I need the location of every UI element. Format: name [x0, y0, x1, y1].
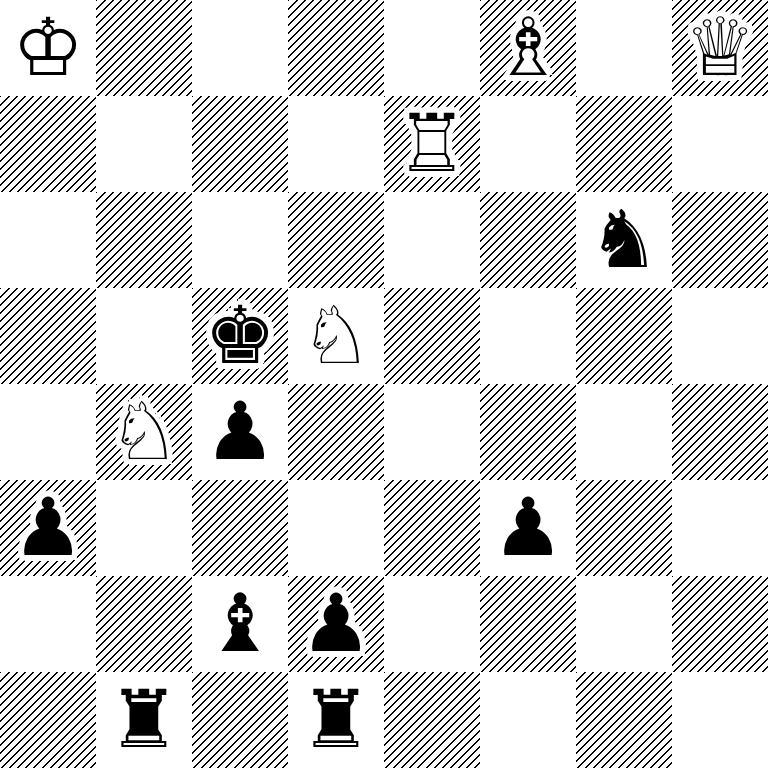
white-rook-icon: ♖: [384, 96, 480, 192]
white-bishop-icon: ♗: [480, 0, 576, 96]
square-c1[interactable]: [192, 672, 288, 768]
black-pawn-icon: ♟: [480, 480, 576, 576]
square-f8[interactable]: ♝♗: [480, 0, 576, 96]
square-h1[interactable]: [672, 672, 768, 768]
square-f2[interactable]: [480, 576, 576, 672]
square-b3[interactable]: [96, 480, 192, 576]
black-bishop-piece[interactable]: ♝♝: [192, 576, 288, 672]
square-d6[interactable]: [288, 192, 384, 288]
black-bishop-icon: ♝: [192, 576, 288, 672]
white-knight-piece[interactable]: ♞♘: [96, 384, 192, 480]
black-king-icon: ♚: [192, 288, 288, 384]
square-e3[interactable]: [384, 480, 480, 576]
black-pawn-icon: ♟: [0, 480, 96, 576]
black-rook-icon: ♜: [96, 672, 192, 768]
square-f5[interactable]: [480, 288, 576, 384]
square-b7[interactable]: [96, 96, 192, 192]
square-c7[interactable]: [192, 96, 288, 192]
black-knight-piece[interactable]: ♞♞: [576, 192, 672, 288]
black-pawn-piece[interactable]: ♟♟: [480, 480, 576, 576]
square-g2[interactable]: [576, 576, 672, 672]
white-knight-piece[interactable]: ♞♘: [288, 288, 384, 384]
square-g6[interactable]: ♞♞: [576, 192, 672, 288]
square-g4[interactable]: [576, 384, 672, 480]
black-rook-icon: ♜: [288, 672, 384, 768]
square-a1[interactable]: [0, 672, 96, 768]
white-queen-icon: ♕: [672, 0, 768, 96]
square-e7[interactable]: ♜♖: [384, 96, 480, 192]
square-h5[interactable]: [672, 288, 768, 384]
square-a3[interactable]: ♟♟: [0, 480, 96, 576]
square-d7[interactable]: [288, 96, 384, 192]
black-pawn-icon: ♟: [192, 384, 288, 480]
square-d2[interactable]: ♟♟: [288, 576, 384, 672]
square-e1[interactable]: [384, 672, 480, 768]
square-b5[interactable]: [96, 288, 192, 384]
square-c2[interactable]: ♝♝: [192, 576, 288, 672]
square-a2[interactable]: [0, 576, 96, 672]
square-h3[interactable]: [672, 480, 768, 576]
square-a4[interactable]: [0, 384, 96, 480]
square-g1[interactable]: [576, 672, 672, 768]
square-g7[interactable]: [576, 96, 672, 192]
square-e6[interactable]: [384, 192, 480, 288]
square-b6[interactable]: [96, 192, 192, 288]
square-b8[interactable]: [96, 0, 192, 96]
square-h2[interactable]: [672, 576, 768, 672]
black-rook-piece[interactable]: ♜♜: [96, 672, 192, 768]
square-f1[interactable]: [480, 672, 576, 768]
square-b4[interactable]: ♞♘: [96, 384, 192, 480]
square-h6[interactable]: [672, 192, 768, 288]
black-pawn-icon: ♟: [288, 576, 384, 672]
square-g5[interactable]: [576, 288, 672, 384]
square-d4[interactable]: [288, 384, 384, 480]
square-d3[interactable]: [288, 480, 384, 576]
black-pawn-piece[interactable]: ♟♟: [0, 480, 96, 576]
square-a7[interactable]: [0, 96, 96, 192]
square-e8[interactable]: [384, 0, 480, 96]
square-e2[interactable]: [384, 576, 480, 672]
square-b1[interactable]: ♜♜: [96, 672, 192, 768]
white-king-piece[interactable]: ♚♔: [0, 0, 96, 96]
black-pawn-piece[interactable]: ♟♟: [288, 576, 384, 672]
square-f7[interactable]: [480, 96, 576, 192]
square-e4[interactable]: [384, 384, 480, 480]
white-knight-icon: ♘: [288, 288, 384, 384]
square-e5[interactable]: [384, 288, 480, 384]
square-d8[interactable]: [288, 0, 384, 96]
square-c5[interactable]: ♚♚: [192, 288, 288, 384]
white-bishop-piece[interactable]: ♝♗: [480, 0, 576, 96]
square-g3[interactable]: [576, 480, 672, 576]
black-pawn-piece[interactable]: ♟♟: [192, 384, 288, 480]
square-c6[interactable]: [192, 192, 288, 288]
square-h7[interactable]: [672, 96, 768, 192]
black-king-piece[interactable]: ♚♚: [192, 288, 288, 384]
square-a5[interactable]: [0, 288, 96, 384]
square-a8[interactable]: ♚♔: [0, 0, 96, 96]
square-c4[interactable]: ♟♟: [192, 384, 288, 480]
square-f3[interactable]: ♟♟: [480, 480, 576, 576]
square-f6[interactable]: [480, 192, 576, 288]
white-king-icon: ♔: [0, 0, 96, 96]
black-knight-icon: ♞: [576, 192, 672, 288]
square-h8[interactable]: ♛♕: [672, 0, 768, 96]
square-a6[interactable]: [0, 192, 96, 288]
square-d1[interactable]: ♜♜: [288, 672, 384, 768]
black-rook-piece[interactable]: ♜♜: [288, 672, 384, 768]
square-b2[interactable]: [96, 576, 192, 672]
square-g8[interactable]: [576, 0, 672, 96]
square-f4[interactable]: [480, 384, 576, 480]
chessboard: ♚♔♝♗♛♕♜♖♞♞♚♚♞♘♞♘♟♟♟♟♟♟♝♝♟♟♜♜♜♜: [0, 0, 768, 768]
white-rook-piece[interactable]: ♜♖: [384, 96, 480, 192]
square-h4[interactable]: [672, 384, 768, 480]
square-d5[interactable]: ♞♘: [288, 288, 384, 384]
square-c8[interactable]: [192, 0, 288, 96]
white-knight-icon: ♘: [96, 384, 192, 480]
square-c3[interactable]: [192, 480, 288, 576]
white-queen-piece[interactable]: ♛♕: [672, 0, 768, 96]
